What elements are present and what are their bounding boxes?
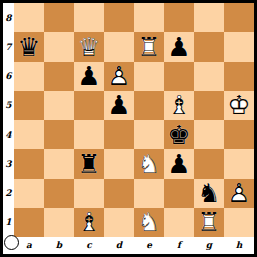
- square-f4[interactable]: ♚: [164, 120, 194, 149]
- square-d7[interactable]: [104, 32, 134, 61]
- square-d6[interactable]: ♟♙: [104, 62, 134, 91]
- black-king-piece: ♚: [164, 120, 194, 149]
- square-b4[interactable]: [44, 120, 74, 149]
- square-c8[interactable]: [74, 3, 104, 32]
- white-king-piece: ♚♔: [224, 91, 254, 120]
- square-a6[interactable]: [14, 62, 44, 91]
- square-f5[interactable]: ♝♗: [164, 91, 194, 120]
- square-g3[interactable]: [194, 149, 224, 178]
- square-b7[interactable]: [44, 32, 74, 61]
- file-label-f: f: [164, 237, 194, 252]
- black-pawn-piece: ♟: [164, 32, 194, 61]
- square-a7[interactable]: ♛: [14, 32, 44, 61]
- square-a4[interactable]: [14, 120, 44, 149]
- square-e8[interactable]: [134, 3, 164, 32]
- square-d5[interactable]: ♟: [104, 91, 134, 120]
- square-h8[interactable]: [224, 3, 254, 32]
- white-rook-piece: ♜♖: [194, 208, 224, 237]
- square-f1[interactable]: [164, 208, 194, 237]
- square-f6[interactable]: [164, 62, 194, 91]
- white-rook-piece: ♜♖: [134, 32, 164, 61]
- square-d4[interactable]: [104, 120, 134, 149]
- square-f3[interactable]: ♟: [164, 149, 194, 178]
- chess-diagram: ♛♛♕♜♖♟♟♟♙♟♝♗♚♔♚♜♞♘♟♞♟♙♝♗♞♘♜♖ 87654321 ab…: [0, 0, 257, 257]
- square-f7[interactable]: ♟: [164, 32, 194, 61]
- square-g7[interactable]: [194, 32, 224, 61]
- rank-label-6: 6: [3, 62, 14, 91]
- file-labels: abcdefgh: [14, 237, 254, 252]
- file-label-g: g: [194, 237, 224, 252]
- square-a5[interactable]: [14, 91, 44, 120]
- square-e2[interactable]: [134, 179, 164, 208]
- square-f8[interactable]: [164, 3, 194, 32]
- white-knight-piece: ♞♘: [134, 208, 164, 237]
- file-label-d: d: [104, 237, 134, 252]
- square-g2[interactable]: ♞: [194, 179, 224, 208]
- white-pawn-piece: ♟♙: [224, 179, 254, 208]
- black-pawn-piece: ♟: [104, 91, 134, 120]
- square-g5[interactable]: [194, 91, 224, 120]
- square-c7[interactable]: ♛♕: [74, 32, 104, 61]
- file-label-c: c: [74, 237, 104, 252]
- square-g4[interactable]: [194, 120, 224, 149]
- square-h5[interactable]: ♚♔: [224, 91, 254, 120]
- square-e1[interactable]: ♞♘: [134, 208, 164, 237]
- black-rook-piece: ♜: [74, 149, 104, 178]
- square-a2[interactable]: [14, 179, 44, 208]
- square-d8[interactable]: [104, 3, 134, 32]
- square-e3[interactable]: ♞♘: [134, 149, 164, 178]
- white-bishop-piece: ♝♗: [164, 91, 194, 120]
- square-a1[interactable]: [14, 208, 44, 237]
- rank-label-4: 4: [3, 120, 14, 149]
- square-h4[interactable]: [224, 120, 254, 149]
- square-h6[interactable]: [224, 62, 254, 91]
- square-c3[interactable]: ♜: [74, 149, 104, 178]
- square-g6[interactable]: [194, 62, 224, 91]
- rank-labels: 87654321: [3, 3, 14, 237]
- square-b5[interactable]: [44, 91, 74, 120]
- square-b6[interactable]: [44, 62, 74, 91]
- side-to-move-indicator: [4, 235, 19, 250]
- square-c1[interactable]: ♝♗: [74, 208, 104, 237]
- rank-label-5: 5: [3, 91, 14, 120]
- black-pawn-piece: ♟: [164, 149, 194, 178]
- chess-board: ♛♛♕♜♖♟♟♟♙♟♝♗♚♔♚♜♞♘♟♞♟♙♝♗♞♘♜♖: [14, 3, 254, 237]
- square-e6[interactable]: [134, 62, 164, 91]
- rank-label-2: 2: [3, 179, 14, 208]
- square-g1[interactable]: ♜♖: [194, 208, 224, 237]
- square-c2[interactable]: [74, 179, 104, 208]
- square-h2[interactable]: ♟♙: [224, 179, 254, 208]
- square-b8[interactable]: [44, 3, 74, 32]
- rank-label-8: 8: [3, 3, 14, 32]
- square-h1[interactable]: [224, 208, 254, 237]
- square-a3[interactable]: [14, 149, 44, 178]
- white-queen-piece: ♛♕: [74, 32, 104, 61]
- square-g8[interactable]: [194, 3, 224, 32]
- file-label-e: e: [134, 237, 164, 252]
- square-f2[interactable]: [164, 179, 194, 208]
- white-bishop-piece: ♝♗: [74, 208, 104, 237]
- square-e5[interactable]: [134, 91, 164, 120]
- black-queen-piece: ♛: [14, 32, 44, 61]
- square-b3[interactable]: [44, 149, 74, 178]
- square-h3[interactable]: [224, 149, 254, 178]
- square-b2[interactable]: [44, 179, 74, 208]
- white-knight-piece: ♞♘: [134, 149, 164, 178]
- square-e7[interactable]: ♜♖: [134, 32, 164, 61]
- square-c6[interactable]: ♟: [74, 62, 104, 91]
- square-h7[interactable]: [224, 32, 254, 61]
- square-e4[interactable]: [134, 120, 164, 149]
- square-d2[interactable]: [104, 179, 134, 208]
- rank-label-7: 7: [3, 32, 14, 61]
- square-d3[interactable]: [104, 149, 134, 178]
- white-pawn-piece: ♟♙: [104, 62, 134, 91]
- square-c5[interactable]: [74, 91, 104, 120]
- rank-label-3: 3: [3, 149, 14, 178]
- file-label-h: h: [224, 237, 254, 252]
- black-knight-piece: ♞: [194, 179, 224, 208]
- square-a8[interactable]: [14, 3, 44, 32]
- square-c4[interactable]: [74, 120, 104, 149]
- black-pawn-piece: ♟: [74, 62, 104, 91]
- file-label-b: b: [44, 237, 74, 252]
- rank-label-1: 1: [3, 208, 14, 237]
- square-d1[interactable]: [104, 208, 134, 237]
- square-b1[interactable]: [44, 208, 74, 237]
